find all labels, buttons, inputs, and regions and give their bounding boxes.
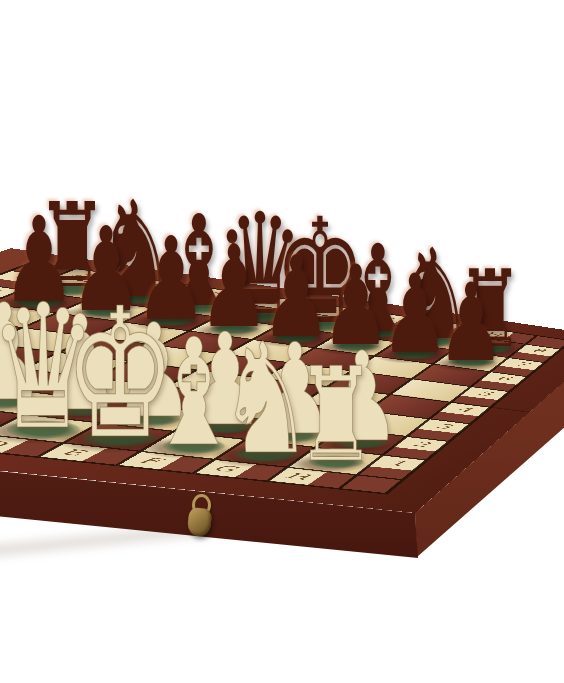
- chess-set-photo: ABCDEFGH8877665544332211ABCDEFGH ♜♞♝♛♚♝♞…: [0, 0, 564, 683]
- file-label-e: E: [55, 447, 89, 457]
- rank-label-8: 8: [530, 347, 548, 354]
- file-label-a: A: [69, 272, 97, 279]
- rank-label-6: 6: [494, 375, 513, 382]
- file-label-c: C: [195, 290, 221, 297]
- file-label-e: E: [315, 307, 338, 314]
- clasp-plate-icon: [187, 507, 213, 537]
- file-label-b: B: [133, 281, 160, 288]
- file-label-f: F: [134, 455, 165, 465]
- brass-clasp: [183, 494, 221, 544]
- file-label-f: F: [373, 315, 394, 322]
- rank-label-1: 1: [386, 458, 410, 467]
- rank-label-8: 8: [10, 274, 37, 281]
- rank-label-7: 7: [512, 360, 531, 367]
- rank-label-2: 2: [410, 440, 433, 449]
- rank-label-3: 3: [433, 422, 455, 431]
- rank-label-5: 5: [475, 390, 495, 398]
- file-label-d: D: [0, 438, 12, 449]
- file-label-g: G: [209, 463, 241, 473]
- file-label-d: D: [255, 298, 281, 305]
- file-label-g: G: [428, 323, 450, 330]
- rank-label-4: 4: [454, 405, 475, 413]
- file-label-h: H: [482, 331, 505, 338]
- rank-label-7: 7: [0, 287, 4, 294]
- file-label-h: H: [281, 471, 313, 482]
